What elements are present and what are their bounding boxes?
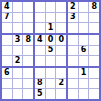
cell-r1c1[interactable]: 4 [2, 2, 12, 12]
cell-r1c6[interactable] [56, 2, 66, 12]
cell-r6c6[interactable] [56, 56, 66, 66]
cell-r6c3[interactable] [23, 56, 33, 66]
cell-r4c6[interactable]: 0 [56, 35, 66, 45]
cell-r1c3[interactable] [23, 2, 33, 12]
cell-r8c2[interactable] [13, 79, 23, 89]
cell-r2c9[interactable] [89, 13, 99, 23]
cell-r2c1[interactable]: 7 [2, 13, 12, 23]
cell-r2c4[interactable] [35, 13, 45, 23]
cell-r9c4[interactable]: 5 [35, 89, 45, 99]
box-r3c2: 825 [35, 68, 66, 99]
cell-r7c5[interactable] [46, 68, 56, 78]
cell-r8c6[interactable]: 2 [56, 79, 66, 89]
cell-r3c1[interactable] [2, 23, 12, 33]
cell-r1c9[interactable]: 8 [89, 2, 99, 12]
cell-r6c9[interactable] [89, 56, 99, 66]
cell-r3c6[interactable] [56, 23, 66, 33]
cell-r4c1[interactable] [2, 35, 12, 45]
cell-r6c8[interactable] [79, 56, 89, 66]
cell-r4c3[interactable]: 8 [23, 35, 33, 45]
cell-r4c7[interactable] [68, 35, 78, 45]
cell-r1c8[interactable] [79, 2, 89, 12]
cell-r2c7[interactable]: 3 [68, 13, 78, 23]
cell-r6c7[interactable] [68, 56, 78, 66]
cell-r1c4[interactable] [35, 2, 45, 12]
cell-r1c5[interactable] [46, 2, 56, 12]
box-r2c2: 4005 [35, 35, 66, 66]
cell-r3c8[interactable] [79, 23, 89, 33]
cell-r4c5[interactable]: 0 [46, 35, 56, 45]
cell-r8c7[interactable] [68, 79, 78, 89]
box-r3c1: 6 [2, 68, 33, 99]
cell-r7c7[interactable] [68, 68, 78, 78]
cell-r9c1[interactable] [2, 89, 12, 99]
cell-r6c5[interactable] [46, 56, 56, 66]
cell-r8c4[interactable]: 8 [35, 79, 45, 89]
cell-r9c5[interactable] [46, 89, 56, 99]
box-r1c2: 1 [35, 2, 66, 33]
cell-r6c4[interactable] [35, 56, 45, 66]
cell-r3c5[interactable]: 1 [46, 23, 56, 33]
cell-r2c6[interactable] [56, 13, 66, 23]
cell-r3c4[interactable] [35, 23, 45, 33]
cell-r4c2[interactable]: 3 [13, 35, 23, 45]
cell-r2c3[interactable] [23, 13, 33, 23]
cell-r2c8[interactable] [79, 13, 89, 23]
box-r1c3: 283 [68, 2, 99, 33]
cell-r7c9[interactable] [89, 68, 99, 78]
cell-r9c8[interactable] [79, 89, 89, 99]
cell-r3c3[interactable] [23, 23, 33, 33]
cell-r9c7[interactable] [68, 89, 78, 99]
cell-r8c1[interactable] [2, 79, 12, 89]
cell-r9c3[interactable] [23, 89, 33, 99]
cell-r1c7[interactable]: 2 [68, 2, 78, 12]
cell-r4c8[interactable] [79, 35, 89, 45]
cell-r5c4[interactable] [35, 46, 45, 56]
box-r1c1: 47 [2, 2, 33, 33]
cell-r8c3[interactable] [23, 79, 33, 89]
cell-r7c3[interactable] [23, 68, 33, 78]
cell-r9c2[interactable] [13, 89, 23, 99]
cell-r6c2[interactable]: 2 [13, 56, 23, 66]
cell-r8c8[interactable] [79, 79, 89, 89]
box-r2c3: 6 [68, 35, 99, 66]
cell-r1c2[interactable] [13, 2, 23, 12]
cell-r5c2[interactable] [13, 46, 23, 56]
cell-r4c4[interactable]: 4 [35, 35, 45, 45]
cell-r3c2[interactable] [13, 23, 23, 33]
cell-r7c1[interactable]: 6 [2, 68, 12, 78]
cell-r3c7[interactable] [68, 23, 78, 33]
cell-r6c1[interactable] [2, 56, 12, 66]
cell-r2c5[interactable] [46, 13, 56, 23]
cell-r5c6[interactable] [56, 46, 66, 56]
cell-r5c9[interactable] [89, 46, 99, 56]
box-r3c3: 1 [68, 68, 99, 99]
cell-r5c8[interactable]: 6 [79, 46, 89, 56]
cell-r3c9[interactable] [89, 23, 99, 33]
cell-r7c2[interactable] [13, 68, 23, 78]
sudoku-board: 4712833824005668251 [0, 0, 101, 101]
cell-r8c5[interactable] [46, 79, 56, 89]
cell-r7c6[interactable] [56, 68, 66, 78]
cell-r5c1[interactable] [2, 46, 12, 56]
cell-r5c3[interactable] [23, 46, 33, 56]
box-r2c1: 382 [2, 35, 33, 66]
cell-r9c9[interactable] [89, 89, 99, 99]
cell-r9c6[interactable] [56, 89, 66, 99]
cell-r2c2[interactable] [13, 13, 23, 23]
cell-r4c9[interactable] [89, 35, 99, 45]
cell-r5c5[interactable]: 5 [46, 46, 56, 56]
cell-r7c4[interactable] [35, 68, 45, 78]
cell-r8c9[interactable] [89, 79, 99, 89]
cell-r5c7[interactable] [68, 46, 78, 56]
cell-r7c8[interactable]: 1 [79, 68, 89, 78]
